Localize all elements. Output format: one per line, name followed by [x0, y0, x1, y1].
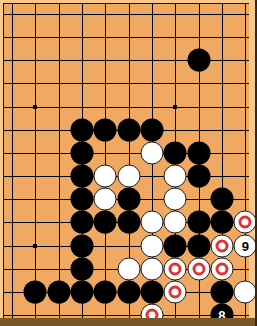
board-frame: 98	[0, 0, 257, 326]
white-stone	[140, 211, 163, 234]
black-stone	[164, 234, 187, 257]
white-stone	[140, 141, 163, 164]
circle-mark-icon	[239, 216, 252, 229]
black-stone	[117, 280, 140, 303]
grid-line-vertical	[35, 4, 36, 319]
marked-white-stone	[187, 257, 210, 280]
black-stone	[140, 118, 163, 141]
marked-white-stone	[210, 234, 233, 257]
board-right-edge	[255, 0, 257, 326]
black-stone	[140, 280, 163, 303]
grid-line-vertical	[105, 4, 106, 319]
white-stone	[234, 280, 257, 303]
grid-line-horizontal	[4, 14, 249, 15]
marked-white-stone	[164, 280, 187, 303]
black-stone	[70, 211, 93, 234]
black-stone	[70, 188, 93, 211]
white-stone	[117, 257, 140, 280]
grid-line-horizontal	[4, 107, 249, 108]
black-stone	[187, 49, 210, 72]
go-diagram: 98	[0, 0, 257, 326]
black-stone	[117, 188, 140, 211]
black-stone	[210, 188, 233, 211]
white-stone	[164, 165, 187, 188]
star-point	[173, 105, 177, 109]
star-point	[33, 105, 37, 109]
black-stone	[94, 211, 117, 234]
grid-line-horizontal	[4, 60, 249, 61]
grid-line-vertical	[12, 4, 13, 319]
black-stone	[117, 211, 140, 234]
go-board: 98	[3, 3, 249, 319]
black-stone	[187, 234, 210, 257]
marked-white-stone	[234, 211, 257, 234]
white-stone	[117, 165, 140, 188]
white-stone: 9	[234, 234, 257, 257]
black-stone	[70, 280, 93, 303]
grid-line-vertical	[59, 4, 60, 319]
black-stone	[94, 118, 117, 141]
stone-number-label: 9	[242, 239, 249, 252]
black-stone	[70, 234, 93, 257]
black-stone	[47, 280, 70, 303]
grid-line-horizontal	[4, 37, 249, 38]
circle-mark-icon	[169, 262, 182, 275]
marked-white-stone	[210, 257, 233, 280]
black-stone	[187, 165, 210, 188]
white-stone	[94, 165, 117, 188]
grid-line-horizontal	[4, 153, 249, 154]
black-stone	[70, 141, 93, 164]
circle-mark-icon	[192, 262, 205, 275]
white-stone	[164, 211, 187, 234]
circle-mark-icon	[215, 239, 228, 252]
black-stone	[94, 280, 117, 303]
marked-white-stone	[164, 257, 187, 280]
black-stone	[210, 211, 233, 234]
star-point	[33, 244, 37, 248]
black-stone	[164, 141, 187, 164]
white-stone	[94, 188, 117, 211]
white-stone	[140, 257, 163, 280]
black-stone	[210, 280, 233, 303]
board-bottom-edge	[0, 318, 257, 326]
black-stone	[70, 165, 93, 188]
grid-line-vertical	[245, 4, 246, 319]
black-stone	[70, 118, 93, 141]
circle-mark-icon	[215, 262, 228, 275]
circle-mark-icon	[169, 285, 182, 298]
black-stone	[187, 141, 210, 164]
black-stone	[117, 118, 140, 141]
black-stone	[187, 211, 210, 234]
grid-line-horizontal	[4, 83, 249, 84]
black-stone	[24, 280, 47, 303]
white-stone	[140, 234, 163, 257]
white-stone	[164, 188, 187, 211]
black-stone	[70, 257, 93, 280]
